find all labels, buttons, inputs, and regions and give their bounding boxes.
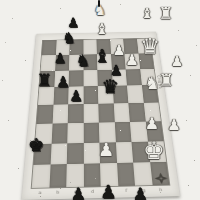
piece-white-pawn-g2[interactable]: ♟ bbox=[145, 116, 159, 132]
piece-white-king-g1[interactable]: ♚ bbox=[143, 139, 165, 163]
square-c6[interactable] bbox=[69, 70, 84, 87]
piece-white-pawn-e6[interactable]: ♟ bbox=[113, 43, 126, 57]
square-f1[interactable] bbox=[117, 163, 135, 186]
square-d6[interactable] bbox=[83, 70, 98, 87]
square-b4[interactable] bbox=[52, 104, 68, 123]
square-b1[interactable] bbox=[49, 164, 67, 187]
square-b3[interactable] bbox=[51, 123, 68, 143]
square-d4[interactable] bbox=[83, 104, 99, 123]
piece-black-queen-d4[interactable]: ♛ bbox=[101, 77, 118, 96]
square-a4[interactable] bbox=[37, 105, 54, 124]
piece-black-king-a1[interactable]: ♚ bbox=[28, 136, 44, 154]
captured-black-pawn[interactable]: ♟ bbox=[132, 186, 147, 200]
captured-black-pawn[interactable]: ♟ bbox=[70, 186, 85, 200]
square-d1[interactable] bbox=[83, 164, 100, 187]
square-c2[interactable] bbox=[67, 143, 84, 165]
piece-white-pawn-e1[interactable]: ♟ bbox=[98, 141, 114, 159]
piece-black-knight-b7[interactable]: ♞ bbox=[62, 31, 75, 46]
square-f3[interactable] bbox=[114, 122, 131, 142]
piece-white-pawn-h5[interactable]: ♟ bbox=[171, 54, 184, 68]
piece-black-bishop-d6[interactable]: ♝ bbox=[94, 47, 110, 65]
square-d5[interactable] bbox=[83, 86, 98, 104]
file-label-a: a bbox=[39, 189, 42, 194]
piece-white-knight-g4[interactable]: ♞ bbox=[144, 75, 159, 92]
compass-rose-icon bbox=[154, 173, 168, 184]
photo-grain-light bbox=[0, 0, 1, 1]
square-f2[interactable] bbox=[115, 142, 133, 164]
file-label-f: f bbox=[126, 187, 128, 192]
piece-black-rook-a4[interactable]: ♜ bbox=[36, 72, 51, 89]
captured-black-pawn[interactable]: ♟ bbox=[100, 183, 116, 200]
piece-white-rook-h8[interactable]: ♜ bbox=[159, 6, 173, 22]
piece-black-knight-c5[interactable]: ♞ bbox=[76, 53, 90, 69]
file-label-h: h bbox=[159, 186, 162, 191]
piece-black-pawn-a6[interactable]: ♟ bbox=[54, 51, 67, 65]
piece-white-bishop-d8[interactable]: ♝ bbox=[95, 22, 108, 37]
piece-white-pawn-h2[interactable]: ♟ bbox=[167, 118, 180, 133]
piece-black-pawn-c3[interactable]: ♟ bbox=[69, 89, 82, 104]
square-f4[interactable] bbox=[113, 103, 130, 122]
piece-white-pawn-f5[interactable]: ♟ bbox=[125, 53, 138, 68]
piece-white-bishop-g8[interactable]: ♝ bbox=[141, 6, 154, 20]
square-b2[interactable] bbox=[50, 143, 67, 165]
piece-white-rook-h4[interactable]: ♜ bbox=[158, 72, 173, 89]
square-c4[interactable] bbox=[68, 104, 84, 123]
square-a1[interactable] bbox=[32, 165, 50, 188]
square-e4[interactable] bbox=[98, 103, 114, 122]
captured-white-knight[interactable]: ♞ bbox=[94, 3, 107, 17]
piece-white-queen-g6[interactable]: ♛ bbox=[140, 36, 160, 58]
black-piece-finial bbox=[98, 0, 100, 7]
piece-black-pawn-b8[interactable]: ♟ bbox=[67, 16, 79, 29]
square-h1[interactable] bbox=[150, 162, 170, 185]
file-label-b: b bbox=[56, 189, 59, 194]
square-c3[interactable] bbox=[67, 123, 83, 143]
file-label-d: d bbox=[91, 188, 94, 193]
photo-grain-dark bbox=[0, 0, 1, 1]
piece-black-pawn-b4[interactable]: ♟ bbox=[56, 75, 69, 90]
